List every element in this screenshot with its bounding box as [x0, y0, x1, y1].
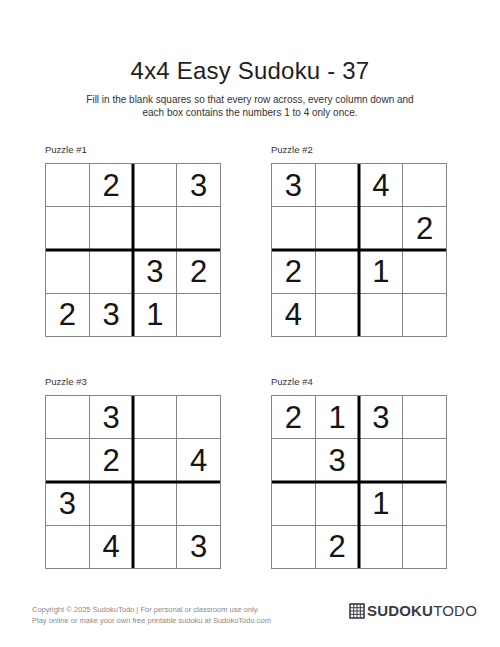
cell-r3c3: 3 — [134, 251, 177, 293]
puzzle-4: Puzzle #4 213312 — [271, 376, 447, 569]
cell-r1c2 — [316, 164, 359, 206]
cell-r3c4 — [403, 483, 446, 525]
cell-r2c1 — [46, 207, 89, 249]
cell-r1c3 — [134, 164, 177, 206]
cell-r3c1: 3 — [46, 483, 89, 525]
cell-r1c1 — [46, 396, 89, 438]
cell-r1c1 — [46, 164, 89, 206]
cell-r2c3 — [134, 207, 177, 249]
cell-r4c2: 4 — [90, 526, 133, 568]
cell-r3c4 — [403, 251, 446, 293]
cell-r3c2 — [316, 483, 359, 525]
copyright-line-1: Copyright © 2025 SudokuTodo | For person… — [32, 604, 271, 615]
cell-r3c1 — [272, 483, 315, 525]
cell-r1c2: 2 — [90, 164, 133, 206]
cell-r3c2 — [316, 251, 359, 293]
cell-r2c3 — [134, 439, 177, 481]
instructions-line-1: Fill in the blank squares so that every … — [0, 93, 500, 106]
cell-r1c2: 3 — [90, 396, 133, 438]
cell-r2c3 — [360, 207, 403, 249]
cell-r4c1 — [272, 526, 315, 568]
cell-r1c3: 4 — [360, 164, 403, 206]
cell-r3c4 — [177, 483, 220, 525]
box-divider-horizontal — [272, 249, 446, 252]
cell-r2c4 — [177, 207, 220, 249]
cell-r4c2 — [316, 294, 359, 336]
cell-r1c4 — [403, 164, 446, 206]
puzzle-2: Puzzle #2 342214 — [271, 144, 447, 337]
cell-r2c1 — [46, 439, 89, 481]
cell-r4c4 — [403, 294, 446, 336]
sudoku-grid-3: 324343 — [45, 395, 221, 569]
puzzle-1: Puzzle #1 2332231 — [45, 144, 221, 337]
sudoku-grid-4: 213312 — [271, 395, 447, 569]
logo-text-todo: TODO — [433, 602, 477, 619]
cell-r1c3 — [134, 396, 177, 438]
cell-r1c1: 3 — [272, 164, 315, 206]
cell-r2c1 — [272, 439, 315, 481]
cell-r4c2: 2 — [316, 526, 359, 568]
page-title: 4x4 Easy Sudoku - 37 — [0, 57, 500, 85]
sudoku-grid-1: 2332231 — [45, 163, 221, 337]
box-divider-horizontal — [272, 481, 446, 484]
sudoku-grid-2: 342214 — [271, 163, 447, 337]
cell-r4c3 — [360, 526, 403, 568]
cell-r4c1 — [46, 526, 89, 568]
instructions: Fill in the blank squares so that every … — [0, 93, 500, 119]
cell-r3c3 — [134, 483, 177, 525]
puzzle-4-label: Puzzle #4 — [271, 376, 447, 387]
cell-r2c4: 4 — [177, 439, 220, 481]
cell-r3c2 — [90, 251, 133, 293]
cell-r4c4: 3 — [177, 526, 220, 568]
cell-r2c2 — [90, 207, 133, 249]
puzzle-3-label: Puzzle #3 — [45, 376, 221, 387]
puzzle-2-label: Puzzle #2 — [271, 144, 447, 155]
cell-r2c2: 2 — [90, 439, 133, 481]
cell-r2c1 — [272, 207, 315, 249]
cell-r4c1: 4 — [272, 294, 315, 336]
cell-r3c3: 1 — [360, 251, 403, 293]
cell-r3c4: 2 — [177, 251, 220, 293]
cell-r4c3 — [360, 294, 403, 336]
puzzle-3: Puzzle #3 324343 — [45, 376, 221, 569]
logo-text: SUDOKUTODO — [367, 602, 477, 619]
cell-r3c3: 1 — [360, 483, 403, 525]
cell-r4c3 — [134, 526, 177, 568]
cell-r4c3: 1 — [134, 294, 177, 336]
cell-r3c1: 2 — [272, 251, 315, 293]
copyright-line-2: Play online or make your own free printa… — [32, 615, 271, 626]
cell-r4c4 — [177, 294, 220, 336]
puzzle-1-label: Puzzle #1 — [45, 144, 221, 155]
cell-r1c4 — [403, 396, 446, 438]
box-divider-horizontal — [46, 481, 220, 484]
cell-r4c1: 2 — [46, 294, 89, 336]
cell-r4c2: 3 — [90, 294, 133, 336]
logo-text-sudoku: SUDOKU — [367, 602, 433, 619]
cell-r2c2: 3 — [316, 439, 359, 481]
cell-r3c2 — [90, 483, 133, 525]
cell-r1c2: 1 — [316, 396, 359, 438]
box-divider-horizontal — [46, 249, 220, 252]
cell-r2c4 — [403, 439, 446, 481]
cell-r2c4: 2 — [403, 207, 446, 249]
sudokutodo-logo: SUDOKUTODO — [349, 602, 477, 619]
cell-r1c4: 3 — [177, 164, 220, 206]
cell-r1c4 — [177, 396, 220, 438]
cell-r3c1 — [46, 251, 89, 293]
cell-r1c3: 3 — [360, 396, 403, 438]
grid-icon — [349, 603, 365, 619]
cell-r2c2 — [316, 207, 359, 249]
copyright-text: Copyright © 2025 SudokuTodo | For person… — [32, 604, 271, 626]
cell-r1c1: 2 — [272, 396, 315, 438]
instructions-line-2: each box contains the numbers 1 to 4 onl… — [0, 106, 500, 119]
cell-r2c3 — [360, 439, 403, 481]
cell-r4c4 — [403, 526, 446, 568]
